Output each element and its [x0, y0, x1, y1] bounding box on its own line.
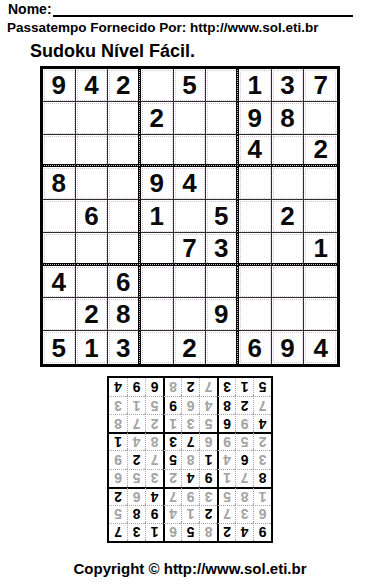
puzzle-cell-r4c6 — [206, 167, 239, 200]
puzzle-cell-r7c7 — [239, 266, 272, 299]
puzzle-cell-r6c5: 7 — [174, 233, 207, 266]
solution-cell-r2c7: 9 — [145, 505, 163, 523]
puzzle-cell-r2c9 — [304, 102, 337, 135]
puzzle-cell-r8c2: 2 — [76, 298, 109, 331]
puzzle-cell-r6c7 — [239, 233, 272, 266]
puzzle-cell-r8c4 — [141, 298, 174, 331]
puzzle-cell-r7c4 — [141, 266, 174, 299]
puzzle-cell-r7c6 — [206, 266, 239, 299]
solution-cell-r9c8: 9 — [127, 378, 145, 396]
solution-cell-r2c3: 7 — [217, 505, 235, 523]
solution-cell-r5c4: 1 — [199, 450, 217, 468]
puzzle-cell-r5c8: 2 — [272, 200, 305, 233]
puzzle-cell-r1c2: 4 — [76, 69, 109, 102]
puzzle-cell-r2c8: 8 — [272, 102, 305, 135]
solution-cell-r6c1: 2 — [253, 432, 271, 450]
solution-cell-r4c9: 6 — [109, 469, 127, 487]
solution-cell-r8c7: 5 — [145, 396, 163, 414]
solution-cell-r6c2: 5 — [235, 432, 253, 450]
puzzle-cell-r8c1 — [43, 298, 76, 331]
page-title: Sudoku Nível Fácil. — [30, 41, 195, 62]
solution-cell-r7c4: 5 — [199, 414, 217, 432]
puzzle-cell-r6c8 — [272, 233, 305, 266]
solution-cell-r6c4: 6 — [199, 432, 217, 450]
puzzle-cell-r6c6: 3 — [206, 233, 239, 266]
solution-cell-r8c4: 4 — [199, 396, 217, 414]
solution-cell-r7c3: 6 — [217, 414, 235, 432]
solution-cell-r4c4: 9 — [199, 469, 217, 487]
solution-cell-r3c1: 1 — [253, 487, 271, 505]
puzzle-cell-r5c4: 1 — [141, 200, 174, 233]
solution-cell-r6c6: 3 — [163, 432, 181, 450]
solution-cell-r3c7: 4 — [145, 487, 163, 505]
solution-cell-r5c8: 2 — [127, 450, 145, 468]
puzzle-cell-r7c9 — [304, 266, 337, 299]
puzzle-cell-r4c3 — [108, 167, 141, 200]
solution-cell-r1c8: 3 — [127, 523, 145, 541]
puzzle-cell-r3c7: 4 — [239, 135, 272, 168]
solution-cell-r9c9: 4 — [109, 378, 127, 396]
solution-cell-r7c8: 7 — [127, 414, 145, 432]
solution-cell-r4c3: 1 — [217, 469, 235, 487]
puzzle-cell-r8c5 — [174, 298, 207, 331]
puzzle-cell-r3c5 — [174, 135, 207, 168]
puzzle-cell-r6c9: 1 — [304, 233, 337, 266]
solution-cell-r7c5: 3 — [181, 414, 199, 432]
puzzle-cell-r9c5: 2 — [174, 331, 207, 364]
solution-cell-r4c7: 3 — [145, 469, 163, 487]
solution-cell-r3c4: 3 — [199, 487, 217, 505]
puzzle-cell-r7c1: 4 — [43, 266, 76, 299]
provider-text: Passatempo Fornecido Por: http://www.sol… — [7, 20, 319, 35]
name-underline — [53, 4, 353, 17]
solution-cell-r4c6: 2 — [163, 469, 181, 487]
solution-cell-r5c5: 8 — [181, 450, 199, 468]
solution-cell-r3c5: 9 — [181, 487, 199, 505]
solution-cell-r2c6: 4 — [163, 505, 181, 523]
puzzle-cell-r9c1: 5 — [43, 331, 76, 364]
solution-cell-r8c2: 2 — [235, 396, 253, 414]
solution-cell-r1c6: 6 — [163, 523, 181, 541]
puzzle-cell-r2c6 — [206, 102, 239, 135]
solution-cell-r2c9: 5 — [109, 505, 127, 523]
puzzle-cell-r4c9 — [304, 167, 337, 200]
puzzle-cell-r4c7 — [239, 167, 272, 200]
solution-cell-r8c9: 3 — [109, 396, 127, 414]
puzzle-cell-r9c3: 3 — [108, 331, 141, 364]
solution-cell-r9c7: 6 — [145, 378, 163, 396]
solution-cell-r7c7: 2 — [145, 414, 163, 432]
puzzle-cell-r3c2 — [76, 135, 109, 168]
solution-grid: 9428561376372149851853974628719423563641… — [107, 376, 273, 543]
solution-cell-r8c6: 9 — [163, 396, 181, 414]
solution-cell-r7c2: 9 — [235, 414, 253, 432]
solution-cell-r6c8: 4 — [127, 432, 145, 450]
solution-cell-r9c6: 8 — [163, 378, 181, 396]
puzzle-cell-r5c2: 6 — [76, 200, 109, 233]
puzzle-cell-r3c3 — [108, 135, 141, 168]
solution-cell-r8c3: 8 — [217, 396, 235, 414]
puzzle-cell-r8c9 — [304, 298, 337, 331]
solution-cell-r3c6: 7 — [163, 487, 181, 505]
puzzle-cell-r3c4 — [141, 135, 174, 168]
puzzle-cell-r3c6 — [206, 135, 239, 168]
solution-cell-r1c3: 2 — [217, 523, 235, 541]
puzzle-cell-r4c8 — [272, 167, 305, 200]
puzzle-cell-r4c2 — [76, 167, 109, 200]
puzzle-cell-r6c2 — [76, 233, 109, 266]
solution-cell-r4c8: 5 — [127, 469, 145, 487]
solution-cell-r9c5: 2 — [181, 378, 199, 396]
puzzle-cell-r1c8: 3 — [272, 69, 305, 102]
puzzle-cell-r8c7 — [239, 298, 272, 331]
solution-cell-r3c3: 5 — [217, 487, 235, 505]
solution-cell-r6c9: 1 — [109, 432, 127, 450]
puzzle-cell-r1c6 — [206, 69, 239, 102]
solution-cell-r5c3: 4 — [217, 450, 235, 468]
puzzle-cell-r2c2 — [76, 102, 109, 135]
solution-cell-r8c1: 7 — [253, 396, 271, 414]
puzzle-cell-r2c1 — [43, 102, 76, 135]
solution-cell-r5c7: 7 — [145, 450, 163, 468]
puzzle-cell-r1c1: 9 — [43, 69, 76, 102]
solution-cell-r4c2: 7 — [235, 469, 253, 487]
puzzle-cell-r5c5 — [174, 200, 207, 233]
solution-cell-r2c8: 8 — [127, 505, 145, 523]
solution-cell-r2c2: 3 — [235, 505, 253, 523]
puzzle-cell-r5c1 — [43, 200, 76, 233]
solution-cell-r6c5: 7 — [181, 432, 199, 450]
solution-cell-r5c1: 3 — [253, 450, 271, 468]
solution-cell-r8c8: 1 — [127, 396, 145, 414]
solution-cell-r3c9: 2 — [109, 487, 127, 505]
solution-cell-r2c5: 1 — [181, 505, 199, 523]
puzzle-cell-r3c1 — [43, 135, 76, 168]
puzzle-cell-r7c2 — [76, 266, 109, 299]
puzzle-cell-r7c5 — [174, 266, 207, 299]
puzzle-cell-r4c4: 9 — [141, 167, 174, 200]
solution-cell-r6c7: 8 — [145, 432, 163, 450]
solution-cell-r7c9: 8 — [109, 414, 127, 432]
puzzle-cell-r4c5: 4 — [174, 167, 207, 200]
solution-cell-r1c1: 9 — [253, 523, 271, 541]
solution-cell-r7c1: 4 — [253, 414, 271, 432]
name-label: Nome: — [8, 2, 52, 17]
puzzle-cell-r9c6 — [206, 331, 239, 364]
solution-cell-r9c1: 5 — [253, 378, 271, 396]
puzzle-cell-r8c8 — [272, 298, 305, 331]
puzzle-cell-r2c3 — [108, 102, 141, 135]
puzzle-cell-r1c7: 1 — [239, 69, 272, 102]
solution-cell-r1c2: 4 — [235, 523, 253, 541]
solution-cell-r9c2: 1 — [235, 378, 253, 396]
puzzle-cell-r1c9: 7 — [304, 69, 337, 102]
solution-cell-r1c9: 7 — [109, 523, 127, 541]
puzzle-cell-r6c3 — [108, 233, 141, 266]
puzzle-cell-r1c3: 2 — [108, 69, 141, 102]
solution-cell-r6c3: 9 — [217, 432, 235, 450]
puzzle-cell-r6c1 — [43, 233, 76, 266]
puzzle-cell-r2c7: 9 — [239, 102, 272, 135]
solution-cell-r3c8: 6 — [127, 487, 145, 505]
solution-cell-r1c5: 5 — [181, 523, 199, 541]
puzzle-cell-r7c8 — [272, 266, 305, 299]
puzzle-grid: 9425137298428946152731462895132694 — [40, 66, 340, 367]
puzzle-cell-r2c4: 2 — [141, 102, 174, 135]
solution-cell-r9c3: 3 — [217, 378, 235, 396]
puzzle-cell-r5c7 — [239, 200, 272, 233]
solution-cell-r8c5: 6 — [181, 396, 199, 414]
puzzle-cell-r9c2: 1 — [76, 331, 109, 364]
puzzle-cell-r7c3: 6 — [108, 266, 141, 299]
puzzle-cell-r5c6: 5 — [206, 200, 239, 233]
puzzle-cell-r4c1: 8 — [43, 167, 76, 200]
copyright-text: Copyright © http://www.sol.eti.br — [0, 560, 380, 577]
solution-cell-r2c1: 6 — [253, 505, 271, 523]
name-row: Nome: — [8, 2, 353, 17]
solution-cell-r3c2: 8 — [235, 487, 253, 505]
solution-cell-r5c9: 9 — [109, 450, 127, 468]
puzzle-cell-r9c7: 6 — [239, 331, 272, 364]
puzzle-cell-r1c5: 5 — [174, 69, 207, 102]
puzzle-cell-r3c8 — [272, 135, 305, 168]
puzzle-cell-r9c4 — [141, 331, 174, 364]
solution-cell-r4c5: 4 — [181, 469, 199, 487]
solution-cell-r7c6: 1 — [163, 414, 181, 432]
solution-cell-r5c6: 5 — [163, 450, 181, 468]
solution-cell-r4c1: 8 — [253, 469, 271, 487]
puzzle-cell-r5c3 — [108, 200, 141, 233]
solution-cell-r1c7: 1 — [145, 523, 163, 541]
puzzle-cell-r2c5 — [174, 102, 207, 135]
solution-cell-r2c4: 2 — [199, 505, 217, 523]
solution-cell-r9c4: 7 — [199, 378, 217, 396]
puzzle-cell-r9c9: 4 — [304, 331, 337, 364]
puzzle-cell-r3c9: 2 — [304, 135, 337, 168]
puzzle-cell-r8c6: 9 — [206, 298, 239, 331]
solution-cell-r5c2: 6 — [235, 450, 253, 468]
puzzle-cell-r9c8: 9 — [272, 331, 305, 364]
puzzle-cell-r8c3: 8 — [108, 298, 141, 331]
puzzle-cell-r1c4 — [141, 69, 174, 102]
solution-cell-r1c4: 8 — [199, 523, 217, 541]
puzzle-cell-r5c9 — [304, 200, 337, 233]
puzzle-cell-r6c4 — [141, 233, 174, 266]
